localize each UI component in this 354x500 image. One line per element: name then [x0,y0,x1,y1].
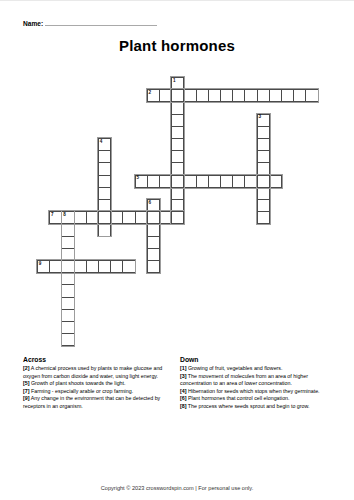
crossword-cell-r9c18[interactable] [257,187,270,200]
worksheet-page: Name: Plant hormones 123456789 Across [2… [0,0,354,500]
crossword-cell-r8c18[interactable] [257,175,270,188]
clue-number-5: 5 [136,175,139,181]
crossword-cell-r17c2[interactable] [61,284,74,297]
crossword-cell-r11c2[interactable]: 8 [61,211,74,224]
crossword-cell-r1c22[interactable] [305,89,318,102]
crossword-cell-r3c18[interactable]: 3 [257,114,270,127]
crossword-cell-r15c1[interactable] [49,260,62,273]
crossword-cell-r8c19[interactable] [269,175,282,188]
crossword-cell-r1c21[interactable] [293,89,306,102]
crossword-cell-r12c9[interactable] [147,223,160,236]
clue-across-7: [7] Farming - especially arable or crop … [23,388,174,396]
clue-num-label: [1] [180,365,186,371]
crossword-cell-r1c19[interactable] [269,89,282,102]
clue-number-7: 7 [51,212,54,218]
crossword-cell-r9c5[interactable] [98,187,111,200]
crossword-cell-r7c18[interactable] [257,162,270,175]
clues-across-section: Across [2] A chemical process used by pl… [23,356,174,410]
crossword-cell-r12c5[interactable] [98,223,111,236]
clue-num-label: [8] [180,403,186,409]
crossword-cell-r11c3[interactable] [74,211,87,224]
crossword-cell-r1c14[interactable] [208,89,221,102]
crossword-cell-r11c8[interactable] [135,211,148,224]
clue-number-4: 4 [100,139,103,145]
crossword-cell-r15c4[interactable] [86,260,99,273]
clue-number-3: 3 [258,114,261,120]
crossword-cell-r18c2[interactable] [61,297,74,310]
crossword-cell-r12c2[interactable] [61,223,74,236]
crossword-cell-r8c13[interactable] [196,175,209,188]
crossword-cell-r6c5[interactable] [98,150,111,163]
crossword-cell-r8c5[interactable] [98,175,111,188]
crossword-cell-r4c11[interactable] [171,126,184,139]
crossword-cell-r8c8[interactable]: 5 [135,175,148,188]
clue-across-5: [5] Growth of plant shoots towards the l… [23,380,174,388]
footer-text: Copyright © 2023 crosswordspin.com | For… [0,485,354,491]
crossword-cell-r11c7[interactable] [122,211,135,224]
clue-num-label: [4] [180,388,186,394]
clue-num-label: [2] [23,365,29,371]
down-header: Down [180,356,338,363]
clue-across-9: [9] Any change in the environment that c… [23,395,174,410]
clue-across-2: [2] A chemical process used by plants to… [23,365,174,380]
crossword-cell-r11c1[interactable]: 7 [49,211,62,224]
crossword-cell-r16c2[interactable] [61,272,74,285]
name-label-row: Name: [23,19,157,27]
crossword-cell-r1c17[interactable] [244,89,257,102]
clue-num-label: [6] [180,395,186,401]
clue-down-1: [1] Growing of fruit, vegetables and flo… [180,365,338,373]
clue-number-2: 2 [149,90,152,96]
crossword-grid: 123456789 [37,77,318,345]
crossword-cell-r8c11[interactable] [171,175,184,188]
crossword-cell-r7c5[interactable] [98,162,111,175]
page-title: Plant hormones [0,37,354,54]
crossword-cell-r11c4[interactable] [86,211,99,224]
clue-down-8: [8] The process where seeds sprout and b… [180,403,338,411]
crossword-cell-r8c17[interactable] [244,175,257,188]
crossword-cell-r19c2[interactable] [61,309,74,322]
crossword-cell-r1c18[interactable] [257,89,270,102]
crossword-cell-r13c2[interactable] [61,236,74,249]
crossword-cell-r11c9[interactable] [147,211,160,224]
down-clues-list: [1] Growing of fruit, vegetables and flo… [180,365,338,410]
crossword-cell-r8c9[interactable] [147,175,160,188]
clue-num-label: [3] [180,373,186,379]
crossword-cell-r15c6[interactable] [110,260,123,273]
crossword-cell-r8c12[interactable] [183,175,196,188]
crossword-cell-r14c2[interactable] [61,248,74,261]
crossword-cell-r9c11[interactable] [171,187,184,200]
clue-number-9: 9 [39,261,42,267]
crossword-cell-r3c11[interactable] [171,114,184,127]
crossword-cell-r15c7[interactable] [122,260,135,273]
crossword-cell-r15c9[interactable] [147,260,160,273]
clues-down-section: Down [1] Growing of fruit, vegetables an… [180,356,338,410]
crossword-cell-r8c14[interactable] [208,175,221,188]
crossword-cell-r1c9[interactable]: 2 [147,89,160,102]
crossword-cell-r11c18[interactable] [257,211,270,224]
crossword-cell-r1c13[interactable] [196,89,209,102]
crossword-cell-r11c11[interactable] [171,211,184,224]
clue-num-label: [7] [23,388,29,394]
crossword-cell-r11c6[interactable] [110,211,123,224]
crossword-cell-r15c3[interactable] [74,260,87,273]
crossword-cell-r1c11[interactable] [171,89,184,102]
crossword-cell-r1c16[interactable] [232,89,245,102]
crossword-cell-r21c2[interactable] [61,333,74,346]
across-clues-list: [2] A chemical process used by plants to… [23,365,174,410]
clue-num-label: [5] [23,380,29,386]
crossword-cell-r6c18[interactable] [257,150,270,163]
crossword-cell-r4c18[interactable] [257,126,270,139]
crossword-cell-r13c9[interactable] [147,236,160,249]
crossword-cell-r6c11[interactable] [171,150,184,163]
clue-num-label: [9] [23,395,29,401]
crossword-cell-r1c12[interactable] [183,89,196,102]
clue-number-8: 8 [63,212,66,218]
crossword-cell-r7c11[interactable] [171,162,184,175]
crossword-cell-r14c9[interactable] [147,248,160,261]
name-label: Name: [23,20,43,27]
across-header: Across [23,356,174,363]
clue-number-6: 6 [149,200,152,206]
clue-down-6: [6] Plant hormones that control cell elo… [180,395,338,403]
clue-down-4: [4] Hibernation for seeds which stops wh… [180,388,338,396]
clue-number-1: 1 [173,78,176,84]
crossword-cell-r2c11[interactable] [171,101,184,114]
clue-down-3: [3] The movement of molecules from an ar… [180,373,338,388]
crossword-cell-r8c16[interactable] [232,175,245,188]
name-blank-line [45,19,157,26]
